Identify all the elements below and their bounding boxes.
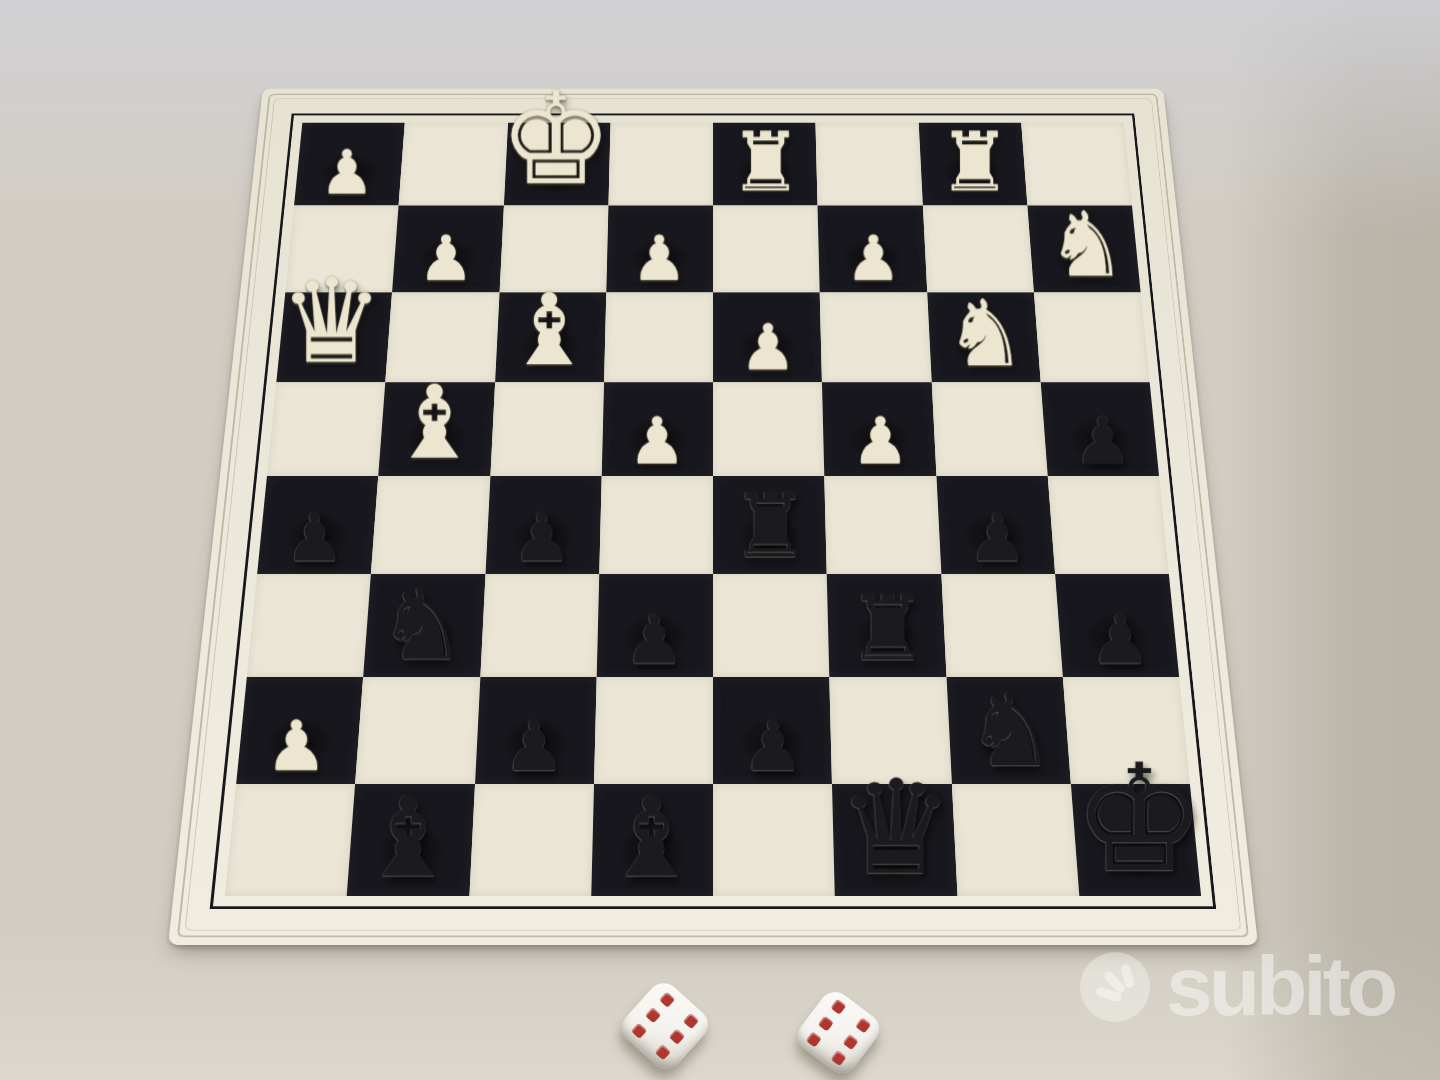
piece-white-bishop[interactable]: ♝ <box>389 372 480 473</box>
piece-white-pawn[interactable]: ♟ <box>845 227 901 289</box>
piece-white-queen[interactable]: ♛ <box>279 262 384 379</box>
square-e1[interactable] <box>713 784 835 896</box>
piece-black-pawn[interactable]: ♟ <box>285 504 345 571</box>
piece-black-pawn[interactable]: ♟ <box>512 504 572 571</box>
die-pip <box>806 1031 821 1046</box>
square-g5[interactable] <box>931 382 1047 476</box>
die-pip <box>655 1045 671 1061</box>
square-e3[interactable] <box>713 574 830 676</box>
square-d1[interactable]: ♝ <box>591 784 713 896</box>
square-h4[interactable] <box>1048 476 1169 574</box>
square-d3[interactable]: ♟ <box>596 574 713 676</box>
chessboard: ♟♚♜♜♟♟♟♞♛♝♟♞♝♟♟♟♟♟♜♟♞♟♜♟♟♟♟♞♝♝♛♚ <box>168 89 1258 945</box>
square-a5[interactable] <box>267 382 386 476</box>
square-g4[interactable]: ♟ <box>936 476 1055 574</box>
square-b7[interactable]: ♟ <box>392 206 503 292</box>
square-f5[interactable]: ♟ <box>822 382 936 476</box>
piece-white-knight[interactable]: ♞ <box>944 287 1027 379</box>
square-a3[interactable] <box>247 574 371 676</box>
square-a6[interactable]: ♛ <box>276 292 392 382</box>
square-f7[interactable]: ♟ <box>818 206 927 292</box>
piece-white-rook[interactable]: ♜ <box>729 121 802 203</box>
piece-black-pawn[interactable]: ♟ <box>624 605 685 673</box>
square-e4[interactable]: ♜ <box>713 476 827 574</box>
square-g6[interactable]: ♞ <box>927 292 1041 382</box>
piece-black-pawn[interactable]: ♟ <box>503 711 565 781</box>
square-a1[interactable] <box>225 784 355 896</box>
listing-photo: { "game": "chess", "position": { "fen_bo… <box>0 0 1440 1080</box>
piece-black-bishop[interactable]: ♝ <box>359 782 458 893</box>
piece-black-rook[interactable]: ♜ <box>847 582 928 673</box>
piece-white-bishop[interactable]: ♝ <box>505 280 594 379</box>
die-pip <box>830 999 845 1014</box>
square-e5[interactable] <box>713 382 825 476</box>
square-d2[interactable] <box>594 677 713 784</box>
piece-black-pawn[interactable]: ♟ <box>741 711 803 781</box>
square-d5[interactable]: ♟ <box>601 382 713 476</box>
square-b1[interactable]: ♝ <box>347 784 475 896</box>
square-f4[interactable] <box>825 476 941 574</box>
square-h7[interactable]: ♞ <box>1027 206 1140 292</box>
piece-black-knight[interactable]: ♞ <box>966 680 1056 781</box>
piece-white-pawn[interactable]: ♟ <box>632 227 688 289</box>
piece-black-pawn[interactable]: ♟ <box>1074 408 1132 473</box>
watermark-text: subito <box>1166 938 1394 1035</box>
piece-black-rook[interactable]: ♜ <box>730 482 810 571</box>
square-c3[interactable] <box>480 574 599 676</box>
board-grid: ♟♚♜♜♟♟♟♞♛♝♟♞♝♟♟♟♟♟♜♟♞♟♜♟♟♟♟♞♝♝♛♚ <box>225 123 1201 896</box>
square-a8[interactable]: ♟ <box>294 123 405 206</box>
piece-white-pawn[interactable]: ♟ <box>739 315 796 379</box>
square-h5[interactable]: ♟ <box>1040 382 1159 476</box>
piece-white-pawn[interactable]: ♟ <box>851 408 909 473</box>
die-pip <box>818 1015 833 1030</box>
square-d8[interactable] <box>608 123 713 206</box>
die-pip <box>831 1050 846 1065</box>
square-d7[interactable]: ♟ <box>606 206 713 292</box>
square-f3[interactable]: ♜ <box>827 574 946 676</box>
square-b3[interactable]: ♞ <box>363 574 485 676</box>
die-pip <box>843 1034 858 1049</box>
square-c8[interactable]: ♚ <box>504 123 611 206</box>
piece-white-pawn[interactable]: ♟ <box>319 142 374 203</box>
square-e7[interactable] <box>713 206 820 292</box>
square-e6[interactable]: ♟ <box>713 292 822 382</box>
piece-black-knight[interactable]: ♞ <box>378 575 466 673</box>
die-pip <box>683 1013 699 1029</box>
square-g8[interactable]: ♜ <box>918 123 1027 206</box>
square-g3[interactable] <box>941 574 1063 676</box>
square-b5[interactable]: ♝ <box>378 382 494 476</box>
piece-white-pawn[interactable]: ♟ <box>628 408 686 473</box>
die-pip <box>631 1023 647 1039</box>
square-g1[interactable] <box>951 784 1079 896</box>
square-f8[interactable] <box>816 123 923 206</box>
piece-white-pawn[interactable]: ♟ <box>265 711 327 781</box>
square-f6[interactable] <box>820 292 931 382</box>
square-h3[interactable]: ♟ <box>1055 574 1179 676</box>
square-c5[interactable] <box>490 382 604 476</box>
square-b2[interactable] <box>355 677 480 784</box>
square-d4[interactable] <box>599 476 713 574</box>
watermark: subito <box>1078 938 1394 1035</box>
piece-white-king[interactable]: ♚ <box>499 76 613 203</box>
square-e2[interactable]: ♟ <box>713 677 832 784</box>
piece-white-rook[interactable]: ♜ <box>938 121 1011 203</box>
square-g2[interactable]: ♞ <box>946 677 1071 784</box>
piece-white-pawn[interactable]: ♟ <box>418 227 474 289</box>
piece-black-pawn[interactable]: ♟ <box>1090 605 1151 673</box>
square-c1[interactable] <box>469 784 594 896</box>
die-showing-6 <box>616 977 715 1076</box>
piece-black-queen[interactable]: ♛ <box>837 762 954 893</box>
die-pip <box>669 1029 685 1045</box>
die-pip <box>645 1007 661 1023</box>
square-a4[interactable]: ♟ <box>257 476 378 574</box>
square-b4[interactable] <box>371 476 490 574</box>
square-h6[interactable] <box>1034 292 1150 382</box>
square-h1[interactable]: ♚ <box>1071 784 1201 896</box>
square-c6[interactable]: ♝ <box>495 292 606 382</box>
subito-logo-icon <box>1078 950 1152 1024</box>
square-a2[interactable]: ♟ <box>236 677 363 784</box>
die-pip <box>659 992 675 1008</box>
square-b8[interactable] <box>399 123 508 206</box>
square-c2[interactable]: ♟ <box>475 677 597 784</box>
chessboard-scene: ♟♚♜♜♟♟♟♞♛♝♟♞♝♟♟♟♟♟♜♟♞♟♜♟♟♟♟♞♝♝♛♚ <box>168 0 1258 945</box>
piece-black-bishop[interactable]: ♝ <box>602 782 701 893</box>
square-c4[interactable]: ♟ <box>485 476 601 574</box>
die-pip <box>855 1018 870 1033</box>
piece-black-pawn[interactable]: ♟ <box>968 504 1028 571</box>
square-d6[interactable] <box>604 292 713 382</box>
square-f1[interactable]: ♛ <box>832 784 957 896</box>
piece-black-king[interactable]: ♚ <box>1073 744 1206 892</box>
die-showing-6 <box>791 985 885 1079</box>
piece-white-knight[interactable]: ♞ <box>1047 199 1128 289</box>
square-e8[interactable]: ♜ <box>713 123 818 206</box>
